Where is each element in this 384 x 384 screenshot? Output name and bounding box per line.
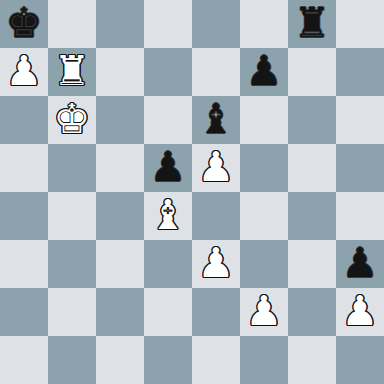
square-c3[interactable] (96, 240, 144, 288)
square-h6[interactable] (336, 96, 384, 144)
square-f8[interactable] (240, 0, 288, 48)
piece-black-pawn[interactable]: ♟ (246, 51, 283, 92)
piece-white-rook[interactable]: ♜ (54, 51, 91, 92)
square-b7[interactable]: ♜ (48, 48, 96, 96)
square-d7[interactable] (144, 48, 192, 96)
square-d3[interactable] (144, 240, 192, 288)
square-h8[interactable] (336, 0, 384, 48)
square-e3[interactable]: ♟ (192, 240, 240, 288)
square-e5[interactable]: ♟ (192, 144, 240, 192)
square-g2[interactable] (288, 288, 336, 336)
square-e1[interactable] (192, 336, 240, 384)
square-d1[interactable] (144, 336, 192, 384)
square-c5[interactable] (96, 144, 144, 192)
square-a2[interactable] (0, 288, 48, 336)
piece-white-pawn[interactable]: ♟ (198, 147, 235, 188)
square-b2[interactable] (48, 288, 96, 336)
square-b1[interactable] (48, 336, 96, 384)
piece-black-king[interactable]: ♚ (6, 3, 43, 44)
square-g3[interactable] (288, 240, 336, 288)
square-g6[interactable] (288, 96, 336, 144)
square-c2[interactable] (96, 288, 144, 336)
square-f5[interactable] (240, 144, 288, 192)
square-e2[interactable] (192, 288, 240, 336)
square-d4[interactable]: ♝ (144, 192, 192, 240)
piece-white-pawn[interactable]: ♟ (6, 51, 43, 92)
square-a5[interactable] (0, 144, 48, 192)
piece-black-bishop[interactable]: ♝ (198, 99, 235, 140)
square-g1[interactable] (288, 336, 336, 384)
square-a6[interactable] (0, 96, 48, 144)
square-f4[interactable] (240, 192, 288, 240)
square-d2[interactable] (144, 288, 192, 336)
piece-white-king[interactable]: ♚ (54, 99, 91, 140)
piece-black-pawn[interactable]: ♟ (342, 243, 379, 284)
square-h5[interactable] (336, 144, 384, 192)
square-d6[interactable] (144, 96, 192, 144)
square-h7[interactable] (336, 48, 384, 96)
square-c4[interactable] (96, 192, 144, 240)
square-a4[interactable] (0, 192, 48, 240)
piece-white-pawn[interactable]: ♟ (246, 291, 283, 332)
square-d5[interactable]: ♟ (144, 144, 192, 192)
square-a8[interactable]: ♚ (0, 0, 48, 48)
square-b5[interactable] (48, 144, 96, 192)
square-f1[interactable] (240, 336, 288, 384)
square-f6[interactable] (240, 96, 288, 144)
square-h4[interactable] (336, 192, 384, 240)
square-a7[interactable]: ♟ (0, 48, 48, 96)
square-c7[interactable] (96, 48, 144, 96)
square-g4[interactable] (288, 192, 336, 240)
piece-white-pawn[interactable]: ♟ (342, 291, 379, 332)
square-a1[interactable] (0, 336, 48, 384)
square-b4[interactable] (48, 192, 96, 240)
chess-board: ♚♜♟♜♟♚♝♟♟♝♟♟♟♟ (0, 0, 384, 384)
square-h2[interactable]: ♟ (336, 288, 384, 336)
square-g7[interactable] (288, 48, 336, 96)
piece-black-rook[interactable]: ♜ (294, 3, 331, 44)
piece-black-pawn[interactable]: ♟ (150, 147, 187, 188)
square-c8[interactable] (96, 0, 144, 48)
square-f3[interactable] (240, 240, 288, 288)
square-f2[interactable]: ♟ (240, 288, 288, 336)
square-d8[interactable] (144, 0, 192, 48)
square-e6[interactable]: ♝ (192, 96, 240, 144)
square-f7[interactable]: ♟ (240, 48, 288, 96)
square-h1[interactable] (336, 336, 384, 384)
square-a3[interactable] (0, 240, 48, 288)
square-g8[interactable]: ♜ (288, 0, 336, 48)
square-h3[interactable]: ♟ (336, 240, 384, 288)
square-b6[interactable]: ♚ (48, 96, 96, 144)
piece-white-pawn[interactable]: ♟ (198, 243, 235, 284)
piece-white-bishop[interactable]: ♝ (150, 195, 187, 236)
square-c1[interactable] (96, 336, 144, 384)
square-e8[interactable] (192, 0, 240, 48)
square-b3[interactable] (48, 240, 96, 288)
square-g5[interactable] (288, 144, 336, 192)
square-e4[interactable] (192, 192, 240, 240)
square-e7[interactable] (192, 48, 240, 96)
square-c6[interactable] (96, 96, 144, 144)
square-b8[interactable] (48, 0, 96, 48)
